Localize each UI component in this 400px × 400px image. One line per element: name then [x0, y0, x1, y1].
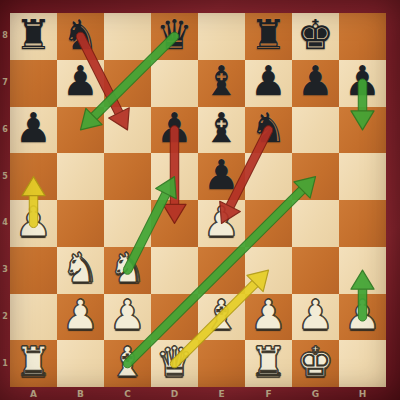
square-f2[interactable]: ♟ — [245, 294, 292, 341]
square-d8[interactable]: ♛ — [151, 13, 198, 60]
piece-white-pawn[interactable]: ♟ — [250, 292, 287, 339]
piece-black-queen[interactable]: ♛ — [156, 12, 193, 59]
piece-white-rook[interactable]: ♜ — [250, 339, 287, 386]
square-g5[interactable] — [292, 153, 339, 200]
square-d2[interactable] — [151, 294, 198, 341]
square-g8[interactable]: ♚ — [292, 13, 339, 60]
piece-black-knight[interactable]: ♞ — [250, 105, 287, 152]
square-d5[interactable] — [151, 153, 198, 200]
piece-white-pawn[interactable]: ♟ — [297, 292, 334, 339]
rank-label-4: 4 — [0, 219, 10, 227]
rank-label-6: 6 — [0, 126, 10, 134]
square-e5[interactable]: ♟ — [198, 153, 245, 200]
square-h3[interactable] — [339, 247, 386, 294]
square-f8[interactable]: ♜ — [245, 13, 292, 60]
square-d3[interactable] — [151, 247, 198, 294]
square-g7[interactable]: ♟ — [292, 60, 339, 107]
piece-black-pawn[interactable]: ♟ — [15, 105, 52, 152]
square-e1[interactable] — [198, 340, 245, 387]
square-e6[interactable]: ♝ — [198, 107, 245, 154]
rank-label-8: 8 — [0, 32, 10, 40]
file-label-g: G — [292, 389, 339, 399]
square-b6[interactable] — [57, 107, 104, 154]
square-f7[interactable]: ♟ — [245, 60, 292, 107]
square-a8[interactable]: ♜ — [10, 13, 57, 60]
piece-black-king[interactable]: ♚ — [297, 12, 334, 59]
square-b4[interactable] — [57, 200, 104, 247]
square-b2[interactable]: ♟ — [57, 294, 104, 341]
square-c2[interactable]: ♟ — [104, 294, 151, 341]
square-a3[interactable] — [10, 247, 57, 294]
square-e4[interactable]: ♟ — [198, 200, 245, 247]
square-g4[interactable] — [292, 200, 339, 247]
square-b5[interactable] — [57, 153, 104, 200]
square-g1[interactable]: ♚ — [292, 340, 339, 387]
square-b7[interactable]: ♟ — [57, 60, 104, 107]
piece-white-knight[interactable]: ♞ — [109, 245, 146, 292]
piece-black-bishop[interactable]: ♝ — [203, 58, 240, 105]
square-d6[interactable]: ♟ — [151, 107, 198, 154]
piece-white-pawn[interactable]: ♟ — [62, 292, 99, 339]
square-e2[interactable]: ♝ — [198, 294, 245, 341]
file-label-f: F — [245, 389, 292, 399]
square-b3[interactable]: ♞ — [57, 247, 104, 294]
file-label-e: E — [198, 389, 245, 399]
square-d1[interactable]: ♛ — [151, 340, 198, 387]
file-label-b: B — [57, 389, 104, 399]
chess-board: ♜♞♛♜♚♟♝♟♟♟♟♟♝♞♟♟♟♞♞♟♟♝♟♟♟♜♝♛♜♚ — [10, 13, 386, 387]
piece-black-pawn[interactable]: ♟ — [62, 58, 99, 105]
square-f1[interactable]: ♜ — [245, 340, 292, 387]
rank-label-1: 1 — [0, 360, 10, 368]
rank-label-5: 5 — [0, 173, 10, 181]
piece-white-pawn[interactable]: ♟ — [203, 199, 240, 246]
piece-white-bishop[interactable]: ♝ — [203, 292, 240, 339]
piece-black-knight[interactable]: ♞ — [62, 12, 99, 59]
square-h5[interactable] — [339, 153, 386, 200]
square-b8[interactable]: ♞ — [57, 13, 104, 60]
square-h4[interactable] — [339, 200, 386, 247]
piece-black-rook[interactable]: ♜ — [250, 12, 287, 59]
piece-black-pawn[interactable]: ♟ — [250, 58, 287, 105]
square-h7[interactable]: ♟ — [339, 60, 386, 107]
file-label-d: D — [151, 389, 198, 399]
square-a1[interactable]: ♜ — [10, 340, 57, 387]
square-c6[interactable] — [104, 107, 151, 154]
piece-white-bishop[interactable]: ♝ — [109, 339, 146, 386]
piece-white-king[interactable]: ♚ — [297, 339, 334, 386]
square-h6[interactable] — [339, 107, 386, 154]
piece-black-pawn[interactable]: ♟ — [297, 58, 334, 105]
piece-white-queen[interactable]: ♛ — [156, 339, 193, 386]
piece-white-rook[interactable]: ♜ — [15, 339, 52, 386]
rank-label-3: 3 — [0, 266, 10, 274]
square-f3[interactable] — [245, 247, 292, 294]
piece-black-rook[interactable]: ♜ — [15, 12, 52, 59]
piece-white-pawn[interactable]: ♟ — [15, 199, 52, 246]
piece-black-pawn[interactable]: ♟ — [344, 58, 381, 105]
file-label-a: A — [10, 389, 57, 399]
piece-white-pawn[interactable]: ♟ — [344, 292, 381, 339]
square-g3[interactable] — [292, 247, 339, 294]
square-c7[interactable] — [104, 60, 151, 107]
square-d4[interactable] — [151, 200, 198, 247]
square-h8[interactable] — [339, 13, 386, 60]
piece-white-pawn[interactable]: ♟ — [109, 292, 146, 339]
square-c1[interactable]: ♝ — [104, 340, 151, 387]
piece-black-bishop[interactable]: ♝ — [203, 105, 240, 152]
square-h1[interactable] — [339, 340, 386, 387]
file-label-h: H — [339, 389, 386, 399]
piece-black-pawn[interactable]: ♟ — [156, 105, 193, 152]
square-f6[interactable]: ♞ — [245, 107, 292, 154]
square-c5[interactable] — [104, 153, 151, 200]
square-g6[interactable] — [292, 107, 339, 154]
square-a6[interactable]: ♟ — [10, 107, 57, 154]
square-e3[interactable] — [198, 247, 245, 294]
piece-white-knight[interactable]: ♞ — [62, 245, 99, 292]
square-g2[interactable]: ♟ — [292, 294, 339, 341]
rank-label-7: 7 — [0, 79, 10, 87]
square-f5[interactable] — [245, 153, 292, 200]
square-c3[interactable]: ♞ — [104, 247, 151, 294]
square-f4[interactable] — [245, 200, 292, 247]
square-a5[interactable] — [10, 153, 57, 200]
square-h2[interactable]: ♟ — [339, 294, 386, 341]
square-c8[interactable] — [104, 13, 151, 60]
square-e7[interactable]: ♝ — [198, 60, 245, 107]
square-c4[interactable] — [104, 200, 151, 247]
rank-label-2: 2 — [0, 313, 10, 321]
square-a2[interactable] — [10, 294, 57, 341]
square-e8[interactable] — [198, 13, 245, 60]
square-b1[interactable] — [57, 340, 104, 387]
square-d7[interactable] — [151, 60, 198, 107]
square-a7[interactable] — [10, 60, 57, 107]
square-a4[interactable]: ♟ — [10, 200, 57, 247]
piece-black-pawn[interactable]: ♟ — [203, 152, 240, 199]
chess-app: ♜♞♛♜♚♟♝♟♟♟♟♟♝♞♟♟♟♞♞♟♟♝♟♟♟♜♝♛♜♚ 87654321A… — [0, 0, 400, 400]
file-label-c: C — [104, 389, 151, 399]
